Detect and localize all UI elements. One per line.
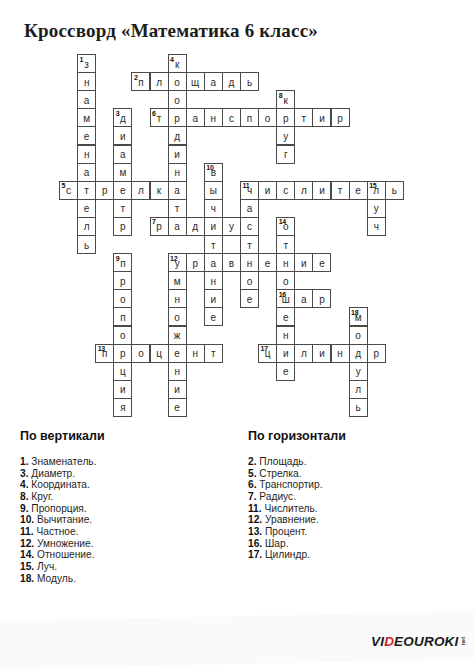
cell-r16-c15: н bbox=[331, 344, 350, 363]
cell-letter: н bbox=[277, 254, 294, 271]
cell-r3-c10: п bbox=[240, 108, 259, 127]
cell-letter: л bbox=[368, 182, 385, 199]
cell-r5-c6: и bbox=[168, 145, 187, 164]
cell-r3-c8: н bbox=[204, 108, 223, 127]
cell-letter: д bbox=[187, 218, 204, 235]
cell-r8-c8: ч bbox=[204, 199, 223, 218]
cell-letter: и bbox=[295, 254, 312, 271]
cell-letter: а bbox=[169, 218, 186, 235]
logo-text-rest: EOUROKI bbox=[394, 634, 458, 649]
cell-r10-c10: т bbox=[240, 235, 259, 254]
across-clue-7: 7. Радиус. bbox=[248, 491, 458, 503]
cell-r3-c3: 3д bbox=[113, 108, 132, 127]
cell-r6-c6: н bbox=[168, 163, 187, 182]
cell-letter: т bbox=[277, 236, 294, 253]
cell-letter: а bbox=[78, 91, 95, 108]
cell-letter: н bbox=[78, 73, 95, 90]
cell-r5-c3: а bbox=[113, 145, 132, 164]
cell-r16-c12: и bbox=[276, 344, 295, 363]
logo-letter-d: D bbox=[384, 634, 394, 649]
cell-letter: л bbox=[78, 218, 95, 235]
cell-letter: е bbox=[313, 254, 330, 271]
down-clue-3: 3. Диаметр. bbox=[20, 468, 230, 480]
cell-r7-c4: л bbox=[131, 181, 150, 200]
cell-letter: л bbox=[151, 73, 168, 90]
down-clues-heading: По вертикали bbox=[20, 429, 230, 443]
logo-net-suffix: net bbox=[460, 637, 466, 645]
cell-letter: д bbox=[169, 127, 186, 144]
cell-letter: с bbox=[241, 218, 258, 235]
cell-letter: л bbox=[295, 182, 312, 199]
cell-r7-c1: т bbox=[77, 181, 96, 200]
cell-letter: о bbox=[132, 345, 149, 362]
cell-r14-c6: о bbox=[168, 307, 187, 326]
across-clue-5: 5. Стрелка. bbox=[248, 468, 458, 480]
cell-letter: и bbox=[313, 182, 330, 199]
cell-letter: н bbox=[332, 345, 349, 362]
cell-letter: о bbox=[114, 327, 131, 344]
cell-letter: ы bbox=[205, 182, 222, 199]
cell-letter: ц bbox=[259, 345, 276, 362]
cell-r9-c17: ч bbox=[367, 217, 386, 236]
cell-r9-c8: и bbox=[204, 217, 223, 236]
down-clue-4: 4. Координата. bbox=[20, 479, 230, 491]
across-clues-list: 2. Площадь.5. Стрелка.6. Транспортир.7. … bbox=[248, 456, 458, 561]
cell-letter: м bbox=[350, 308, 367, 325]
cell-r1-c10: ь bbox=[240, 72, 259, 91]
cell-letter: и bbox=[277, 345, 294, 362]
cell-r13-c13: а bbox=[294, 289, 313, 308]
cell-letter: е bbox=[78, 200, 95, 217]
cell-letter: д bbox=[350, 345, 367, 362]
cell-letter: л bbox=[350, 381, 367, 398]
cell-letter: р bbox=[114, 272, 131, 289]
cell-r7-c17: 15л bbox=[367, 181, 386, 200]
down-clue-14: 14. Отношение. bbox=[20, 549, 230, 561]
cell-r3-c11: о bbox=[258, 108, 277, 127]
down-clue-12: 12. Умножение. bbox=[20, 538, 230, 550]
cell-r12-c8: н bbox=[204, 271, 223, 290]
cell-letter: т bbox=[241, 236, 258, 253]
cell-letter: р bbox=[368, 345, 385, 362]
cell-r18-c3: и bbox=[113, 380, 132, 399]
cell-letter: м bbox=[114, 164, 131, 181]
cell-r7-c6: а bbox=[168, 181, 187, 200]
cell-r19-c6: е bbox=[168, 398, 187, 417]
down-clues-list: 1. Знаменатель.3. Диаметр.4. Координата.… bbox=[20, 456, 230, 584]
across-clue-16: 16. Шар. bbox=[248, 538, 458, 550]
cell-r13-c12: 16ш bbox=[276, 289, 295, 308]
cell-r16-c6: е bbox=[168, 344, 187, 363]
across-clue-6: 6. Транспортир. bbox=[248, 479, 458, 491]
cell-letter: и bbox=[205, 218, 222, 235]
cell-letter: в bbox=[223, 254, 240, 271]
cell-letter: т bbox=[114, 200, 131, 217]
cell-r3-c1: м bbox=[77, 108, 96, 127]
cell-letter: с bbox=[277, 182, 294, 199]
cell-r18-c16: л bbox=[349, 380, 368, 399]
cell-r2-c6: о bbox=[168, 90, 187, 109]
cell-r15-c3: о bbox=[113, 326, 132, 345]
cell-r0-c1: 1з bbox=[77, 54, 96, 73]
cell-r12-c6: м bbox=[168, 271, 187, 290]
cell-r10-c12: т bbox=[276, 235, 295, 254]
cell-letter: у bbox=[277, 127, 294, 144]
cell-r8-c6: т bbox=[168, 199, 187, 218]
cell-letter: н bbox=[187, 345, 204, 362]
cell-letter: и bbox=[114, 127, 131, 144]
cell-r4-c12: у bbox=[276, 126, 295, 145]
cell-r7-c0: 5с bbox=[59, 181, 78, 200]
cell-r2-c12: 8к bbox=[276, 90, 295, 109]
cell-letter: у bbox=[368, 200, 385, 217]
cell-r9-c3: р bbox=[113, 217, 132, 236]
cell-r1-c7: щ bbox=[186, 72, 205, 91]
cell-r1-c6: о bbox=[168, 72, 187, 91]
cell-r13-c14: р bbox=[312, 289, 331, 308]
cell-letter: а bbox=[78, 164, 95, 181]
cell-r2-c1: а bbox=[77, 90, 96, 109]
cell-r16-c11: 17ц bbox=[258, 344, 277, 363]
cell-r19-c3: я bbox=[113, 398, 132, 417]
cell-r14-c16: 18м bbox=[349, 307, 368, 326]
cell-r7-c18: ь bbox=[385, 181, 404, 200]
videouroki-logo: VIDEOUROKInet bbox=[371, 634, 459, 649]
down-clues-section: По вертикали 1. Знаменатель.3. Диаметр.4… bbox=[20, 429, 230, 584]
cell-r7-c2: р bbox=[95, 181, 114, 200]
cell-letter: и bbox=[313, 345, 330, 362]
cell-r17-c6: н bbox=[168, 362, 187, 381]
cell-r12-c3: р bbox=[113, 271, 132, 290]
across-clue-12: 12. Уравнение. bbox=[248, 514, 458, 526]
cell-r16-c5: ц bbox=[150, 344, 169, 363]
cell-r7-c3: е bbox=[113, 181, 132, 200]
cell-letter: о bbox=[241, 272, 258, 289]
cell-letter: т bbox=[205, 345, 222, 362]
cell-r10-c1: ь bbox=[77, 235, 96, 254]
cell-letter: д bbox=[114, 109, 131, 126]
cell-r9-c6: а bbox=[168, 217, 187, 236]
cell-letter: л bbox=[132, 182, 149, 199]
cell-r13-c8: и bbox=[204, 289, 223, 308]
cell-letter: з bbox=[78, 55, 95, 72]
cell-letter: н bbox=[241, 254, 258, 271]
worksheet-page: Кроссворд «Математика 6 класс» 1з4кн2пло… bbox=[0, 0, 474, 670]
cell-letter: и bbox=[205, 290, 222, 307]
cell-letter: п bbox=[96, 345, 113, 362]
cell-letter: н bbox=[205, 272, 222, 289]
cell-r11-c8: а bbox=[204, 253, 223, 272]
cell-r13-c10: е bbox=[240, 289, 259, 308]
down-clue-10: 10. Вычитание. bbox=[20, 514, 230, 526]
cell-letter: н bbox=[205, 109, 222, 126]
cell-letter: а bbox=[169, 182, 186, 199]
cell-letter: к bbox=[151, 182, 168, 199]
cell-r1-c1: н bbox=[77, 72, 96, 91]
cell-letter: р bbox=[277, 109, 294, 126]
cell-letter: о bbox=[277, 272, 294, 289]
cell-letter: у bbox=[350, 363, 367, 380]
cell-letter: р bbox=[151, 218, 168, 235]
cell-letter: ь bbox=[241, 73, 258, 90]
cell-r11-c11: е bbox=[258, 253, 277, 272]
cell-letter: ь bbox=[78, 236, 95, 253]
cell-letter: ц bbox=[151, 345, 168, 362]
cell-letter: о bbox=[169, 91, 186, 108]
cell-r17-c12: е bbox=[276, 362, 295, 381]
cell-r11-c3: 9п bbox=[113, 253, 132, 272]
cell-letter: р bbox=[187, 254, 204, 271]
across-clue-13: 13. Процент. bbox=[248, 526, 458, 538]
cell-r9-c7: д bbox=[186, 217, 205, 236]
cell-letter: е bbox=[350, 182, 367, 199]
cell-letter: и bbox=[169, 381, 186, 398]
cell-r14-c3: п bbox=[113, 307, 132, 326]
across-clues-heading: По горизонтали bbox=[248, 429, 458, 443]
cell-r3-c15: р bbox=[331, 108, 350, 127]
crossword-grid: 1з4кн2площадьао8км3д6транспортиреидунаиг… bbox=[59, 54, 405, 418]
cell-r8-c1: е bbox=[77, 199, 96, 218]
cell-r7-c8: ы bbox=[204, 181, 223, 200]
cell-r1-c8: а bbox=[204, 72, 223, 91]
cell-r12-c10: о bbox=[240, 271, 259, 290]
cell-letter: а bbox=[241, 200, 258, 217]
cell-r11-c14: е bbox=[312, 253, 331, 272]
cell-r9-c9: у bbox=[222, 217, 241, 236]
cell-r3-c14: и bbox=[312, 108, 331, 127]
cell-letter: с bbox=[223, 109, 240, 126]
cell-letter: р bbox=[114, 345, 131, 362]
cell-r16-c8: т bbox=[204, 344, 223, 363]
cell-r17-c3: ц bbox=[113, 362, 132, 381]
cell-r4-c3: и bbox=[113, 126, 132, 145]
logo-text-vi: VI bbox=[371, 634, 384, 649]
cell-r16-c16: д bbox=[349, 344, 368, 363]
cell-r9-c12: 14о bbox=[276, 217, 295, 236]
cell-letter: р bbox=[114, 218, 131, 235]
cell-r13-c3: о bbox=[113, 289, 132, 308]
cell-r11-c7: р bbox=[186, 253, 205, 272]
cell-r8-c10: а bbox=[240, 199, 259, 218]
cell-r6-c8: 10в bbox=[204, 163, 223, 182]
cell-r16-c2: 13п bbox=[95, 344, 114, 363]
cell-r0-c6: 4к bbox=[168, 54, 187, 73]
cell-r3-c12: р bbox=[276, 108, 295, 127]
cell-letter: т bbox=[295, 109, 312, 126]
cell-r7-c15: т bbox=[331, 181, 350, 200]
cell-letter: ч bbox=[241, 182, 258, 199]
cell-r8-c17: у bbox=[367, 199, 386, 218]
cell-r1-c9: д bbox=[222, 72, 241, 91]
cell-letter: р bbox=[332, 109, 349, 126]
cell-letter: о bbox=[169, 308, 186, 325]
cell-r5-c1: н bbox=[77, 145, 96, 164]
cell-letter: е bbox=[277, 308, 294, 325]
cell-r7-c14: и bbox=[312, 181, 331, 200]
cell-letter: е bbox=[169, 345, 186, 362]
cell-r15-c16: о bbox=[349, 326, 368, 345]
cell-letter: к bbox=[277, 91, 294, 108]
down-clue-11: 11. Частное. bbox=[20, 526, 230, 538]
cell-letter: е bbox=[114, 182, 131, 199]
cell-r16-c14: и bbox=[312, 344, 331, 363]
cell-letter: е bbox=[169, 399, 186, 416]
cell-r17-c16: у bbox=[349, 362, 368, 381]
cell-letter: ц bbox=[114, 363, 131, 380]
cell-letter: и bbox=[259, 182, 276, 199]
down-clue-15: 15. Луч. bbox=[20, 561, 230, 573]
cell-r3-c7: а bbox=[186, 108, 205, 127]
cell-r3-c6: р bbox=[168, 108, 187, 127]
cell-r4-c6: д bbox=[168, 126, 187, 145]
cell-r16-c4: о bbox=[131, 344, 150, 363]
across-clues-section: По горизонтали 2. Площадь.5. Стрелка.6. … bbox=[248, 429, 458, 561]
cell-r11-c13: и bbox=[294, 253, 313, 272]
cell-letter: а bbox=[295, 290, 312, 307]
cell-letter: н bbox=[277, 327, 294, 344]
cell-letter: м bbox=[169, 272, 186, 289]
cell-letter: л bbox=[295, 345, 312, 362]
cell-letter: о bbox=[169, 73, 186, 90]
across-clue-11: 11. Числитель. bbox=[248, 503, 458, 515]
cell-letter: е bbox=[241, 290, 258, 307]
cell-letter: е bbox=[259, 254, 276, 271]
cell-letter: а bbox=[187, 109, 204, 126]
page-title: Кроссворд «Математика 6 класс» bbox=[24, 20, 318, 42]
cell-letter: о bbox=[350, 327, 367, 344]
cell-r14-c8: е bbox=[204, 307, 223, 326]
cell-letter: и bbox=[114, 381, 131, 398]
down-clue-8: 8. Круг. bbox=[20, 491, 230, 503]
cell-r9-c5: 7р bbox=[150, 217, 169, 236]
cell-letter: т bbox=[169, 200, 186, 217]
cell-letter: к bbox=[169, 55, 186, 72]
cell-letter: о bbox=[277, 218, 294, 235]
cell-letter: у bbox=[223, 218, 240, 235]
cell-r16-c7: н bbox=[186, 344, 205, 363]
cell-letter: г bbox=[277, 146, 294, 163]
across-clue-17: 17. Цилиндр. bbox=[248, 549, 458, 561]
cell-letter: т bbox=[78, 182, 95, 199]
cell-letter: н bbox=[169, 363, 186, 380]
cell-r7-c13: л bbox=[294, 181, 313, 200]
cell-r9-c1: л bbox=[77, 217, 96, 236]
cell-letter: т bbox=[205, 236, 222, 253]
cell-letter: е bbox=[205, 308, 222, 325]
across-clue-2: 2. Площадь. bbox=[248, 456, 458, 468]
cell-letter: ш bbox=[277, 290, 294, 307]
cell-letter: п bbox=[241, 109, 258, 126]
cell-letter: п bbox=[114, 254, 131, 271]
cell-r10-c8: т bbox=[204, 235, 223, 254]
cell-letter: р bbox=[96, 182, 113, 199]
cell-letter: я bbox=[114, 399, 131, 416]
cell-letter: е bbox=[78, 127, 95, 144]
cell-letter: т bbox=[332, 182, 349, 199]
cell-letter: ь bbox=[350, 399, 367, 416]
cell-r11-c12: н bbox=[276, 253, 295, 272]
cell-letter: п bbox=[114, 308, 131, 325]
cell-r11-c9: в bbox=[222, 253, 241, 272]
cell-letter: у bbox=[169, 254, 186, 271]
cell-letter: н bbox=[78, 146, 95, 163]
cell-letter: п bbox=[132, 73, 149, 90]
cell-r3-c13: т bbox=[294, 108, 313, 127]
cell-r3-c9: с bbox=[222, 108, 241, 127]
cell-r4-c1: е bbox=[77, 126, 96, 145]
cell-r7-c10: 11ч bbox=[240, 181, 259, 200]
cell-letter: в bbox=[205, 164, 222, 181]
cell-r7-c5: к bbox=[150, 181, 169, 200]
cell-r16-c17: р bbox=[367, 344, 386, 363]
cell-letter: т bbox=[151, 109, 168, 126]
cell-r1-c4: 2п bbox=[131, 72, 150, 91]
cell-r9-c10: с bbox=[240, 217, 259, 236]
cell-r6-c3: м bbox=[113, 163, 132, 182]
down-clue-1: 1. Знаменатель. bbox=[20, 456, 230, 468]
down-clue-9: 9. Пропорция. bbox=[20, 503, 230, 515]
cell-letter: н bbox=[169, 164, 186, 181]
cell-letter: н bbox=[169, 290, 186, 307]
cell-r11-c10: н bbox=[240, 253, 259, 272]
cell-letter: о bbox=[259, 109, 276, 126]
down-clue-18: 18. Модуль. bbox=[20, 573, 230, 585]
cell-letter: ж bbox=[169, 327, 186, 344]
cell-letter: с bbox=[60, 182, 77, 199]
cell-letter: и bbox=[313, 109, 330, 126]
cell-letter: ч bbox=[205, 200, 222, 217]
cell-letter: а bbox=[114, 146, 131, 163]
cell-letter: а bbox=[205, 254, 222, 271]
cell-r6-c1: а bbox=[77, 163, 96, 182]
cell-letter: и bbox=[169, 146, 186, 163]
cell-r7-c16: е bbox=[349, 181, 368, 200]
cell-letter: р bbox=[169, 109, 186, 126]
cell-r18-c6: и bbox=[168, 380, 187, 399]
cell-r7-c12: с bbox=[276, 181, 295, 200]
cell-r5-c12: г bbox=[276, 145, 295, 164]
cell-letter: а bbox=[205, 73, 222, 90]
cell-r19-c16: ь bbox=[349, 398, 368, 417]
cell-letter: м bbox=[78, 109, 95, 126]
cell-letter: ч bbox=[368, 218, 385, 235]
cell-r13-c6: н bbox=[168, 289, 187, 308]
cell-letter: д bbox=[223, 73, 240, 90]
cell-r16-c3: р bbox=[113, 344, 132, 363]
cell-letter: р bbox=[313, 290, 330, 307]
cell-letter: о bbox=[114, 290, 131, 307]
cell-r1-c5: л bbox=[150, 72, 169, 91]
cell-letter: е bbox=[277, 363, 294, 380]
cell-r12-c12: о bbox=[276, 271, 295, 290]
cell-r14-c12: е bbox=[276, 307, 295, 326]
cell-r3-c5: 6т bbox=[150, 108, 169, 127]
cell-r16-c13: л bbox=[294, 344, 313, 363]
cell-letter: ь bbox=[386, 182, 403, 199]
cell-r15-c6: ж bbox=[168, 326, 187, 345]
cell-r8-c3: т bbox=[113, 199, 132, 218]
cell-letter: щ bbox=[187, 73, 204, 90]
cell-r11-c6: 12у bbox=[168, 253, 187, 272]
cell-r7-c11: и bbox=[258, 181, 277, 200]
cell-r15-c12: н bbox=[276, 326, 295, 345]
